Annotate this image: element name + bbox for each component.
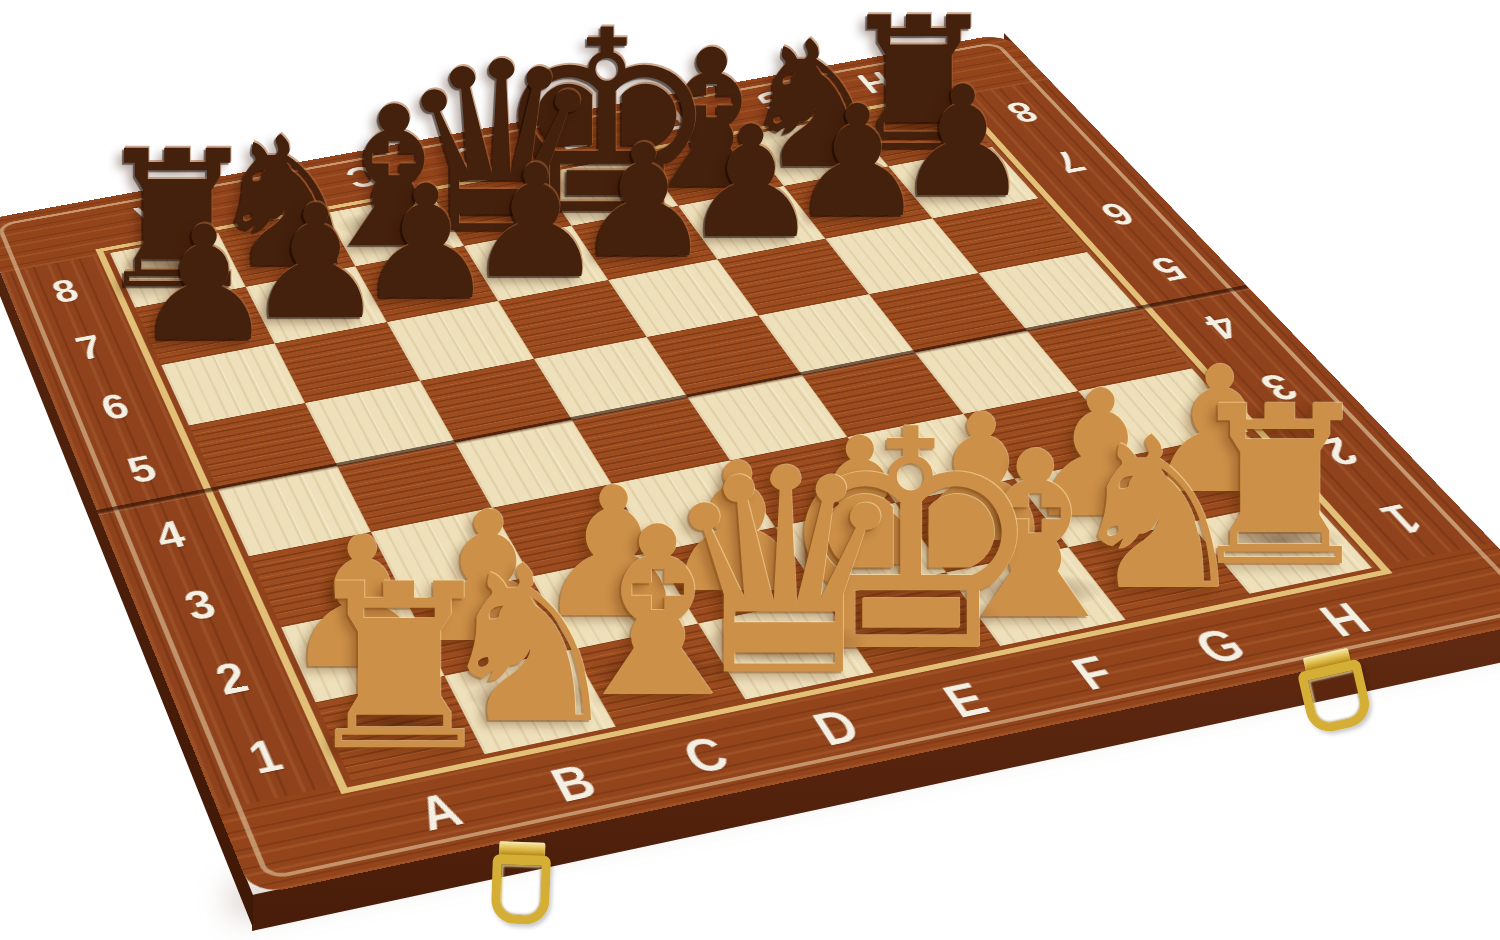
piece-black-pawn-a7[interactable]: ♟ xyxy=(133,205,275,363)
pieces-layer: ♜♞♝♛♚♝♞♜♟♟♟♟♟♟♟♟♟♟♟♟♟♟♟♟♜♞♝♛♚♝♞♜ xyxy=(0,0,1500,940)
clasp-loop xyxy=(491,854,551,925)
brass-clasp-left xyxy=(491,841,552,925)
black-pawn-icon: ♟ xyxy=(133,205,275,363)
folding-chess-board-photo: AABBCCDDEEFFGGHH1122334455667788 ♜♞♝♛♚♝♞… xyxy=(0,0,1500,940)
white-rook-icon: ♜ xyxy=(297,554,502,783)
piece-white-rook-a1[interactable]: ♜ xyxy=(297,554,502,783)
